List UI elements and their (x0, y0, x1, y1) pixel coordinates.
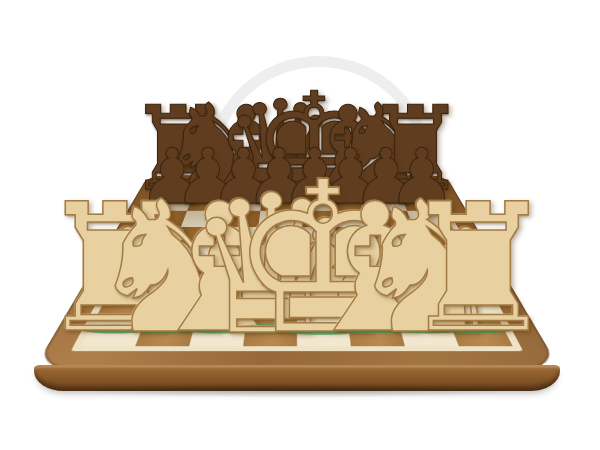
square-b3 (157, 265, 210, 288)
square-c6 (220, 211, 261, 227)
square-g8 (363, 183, 401, 196)
square-e5 (297, 227, 338, 245)
square-h4 (420, 245, 471, 265)
square-e1 (297, 315, 351, 346)
square-c5 (215, 227, 258, 245)
square-b6 (181, 211, 224, 227)
square-a7 (151, 196, 193, 211)
square-h5 (413, 227, 461, 245)
square-b1 (135, 315, 197, 346)
square-f1 (347, 315, 405, 346)
square-e7 (297, 196, 334, 211)
square-e6 (297, 211, 336, 227)
square-d1 (243, 315, 297, 346)
chess-board (34, 175, 560, 368)
square-e4 (297, 245, 341, 265)
square-c8 (227, 183, 263, 196)
square-e3 (297, 265, 344, 288)
square-e2 (297, 289, 347, 316)
square-f7 (332, 196, 370, 211)
square-c7 (224, 196, 262, 211)
square-d5 (256, 227, 297, 245)
square-e8 (297, 183, 332, 196)
square-g6 (370, 211, 413, 227)
square-h8 (396, 183, 436, 196)
square-b8 (193, 183, 231, 196)
square-b7 (187, 196, 227, 211)
square-c3 (204, 265, 254, 288)
square-f3 (341, 265, 391, 288)
board-border-inlay (71, 181, 523, 351)
square-a8 (158, 183, 198, 196)
square-h6 (407, 211, 452, 227)
square-b2 (147, 289, 204, 316)
board-frame (34, 175, 560, 368)
square-c4 (210, 245, 256, 265)
square-b5 (174, 227, 220, 245)
square-d6 (258, 211, 297, 227)
watermark-banner (219, 152, 419, 178)
chess-set-photo: ♝ HANDICRAFTS ♜♞♝♛♚♝♞♜♟♟♟♟♟♟♟♟♟♟♟♟♟♟♟♟♜♞… (0, 0, 600, 450)
square-d3 (250, 265, 297, 288)
square-h7 (401, 196, 443, 211)
square-c2 (197, 289, 250, 316)
square-d7 (260, 196, 297, 211)
square-a6 (142, 211, 187, 227)
square-c1 (189, 315, 247, 346)
board-shadow (70, 384, 526, 398)
square-b4 (166, 245, 215, 265)
square-f8 (330, 183, 366, 196)
square-f2 (344, 289, 397, 316)
board-grid (81, 183, 512, 346)
square-f6 (334, 211, 375, 227)
square-h3 (428, 265, 483, 288)
square-h2 (437, 289, 497, 316)
square-d8 (262, 183, 297, 196)
square-d2 (247, 289, 297, 316)
square-f4 (338, 245, 384, 265)
square-d4 (253, 245, 297, 265)
square-g7 (367, 196, 407, 211)
square-h1 (447, 315, 513, 346)
square-f5 (336, 227, 379, 245)
